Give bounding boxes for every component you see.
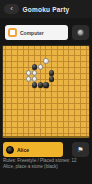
computer-player-row: Computer	[5, 25, 89, 40]
computer-player-pill: Computer	[5, 25, 68, 40]
white-stone	[32, 76, 37, 81]
black-stone-icon	[6, 146, 14, 154]
black-stone	[43, 82, 48, 87]
black-stone	[38, 82, 43, 87]
back-icon[interactable]: ‹	[4, 4, 19, 14]
white-stone	[32, 70, 37, 75]
black-stone	[49, 70, 54, 75]
status-area: Rules: Freestyle / Placed stones: 12 Ali…	[3, 158, 90, 170]
computer-stone-color-badge[interactable]	[72, 25, 89, 40]
turn-status-line: Alice, place a stone (black)	[3, 164, 90, 170]
white-stone	[26, 76, 31, 81]
gomoku-board[interactable]	[2, 45, 90, 138]
alice-player-row: Alice ⚑	[3, 142, 89, 157]
black-stone	[32, 82, 37, 87]
black-stone	[32, 64, 37, 69]
board-grid	[3, 46, 89, 136]
surrender-button[interactable]: ⚑	[72, 142, 89, 157]
computer-avatar-icon	[8, 28, 17, 37]
page-title: Gomoku Party	[23, 6, 70, 13]
white-stone	[38, 64, 43, 69]
white-stone-icon	[77, 29, 84, 36]
alice-player-name: Alice	[17, 147, 29, 153]
black-stone	[49, 76, 54, 81]
top-bar: ‹ Gomoku Party	[0, 0, 92, 18]
flag-icon: ⚑	[77, 146, 83, 153]
computer-player-name: Computer	[20, 30, 44, 36]
board-cell[interactable]	[83, 130, 89, 136]
white-stone	[43, 58, 48, 63]
alice-player-pill: Alice	[3, 142, 63, 157]
white-stone	[26, 70, 31, 75]
